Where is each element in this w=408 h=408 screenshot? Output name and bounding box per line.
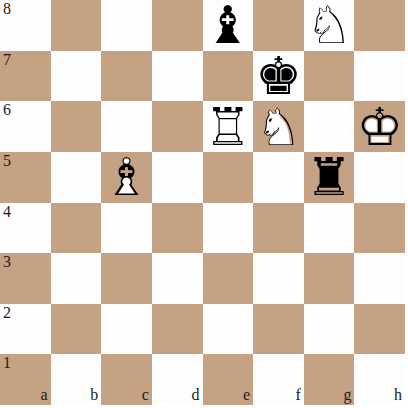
white-knight[interactable]: ♞♘ <box>304 0 355 51</box>
square-d6[interactable] <box>152 101 203 152</box>
file-label-d: d <box>192 387 200 403</box>
square-f4[interactable] <box>253 203 304 254</box>
square-h7[interactable] <box>354 51 405 102</box>
chess-diagram-page: 8♝♞♘7♚6♜♖♞♘♚♔5♝♗♜4321abcdefgh <box>0 0 408 408</box>
square-h6[interactable]: ♚♔ <box>354 101 405 152</box>
square-g2[interactable] <box>304 304 355 355</box>
black-bishop[interactable]: ♝ <box>203 0 254 51</box>
square-g1[interactable]: g <box>304 354 355 405</box>
file-label-h: h <box>394 387 402 403</box>
square-a4[interactable]: 4 <box>0 203 51 254</box>
white-rook[interactable]: ♜♖ <box>203 101 254 152</box>
rank-label-2: 2 <box>3 305 11 321</box>
square-c1[interactable]: c <box>101 354 152 405</box>
square-g7[interactable] <box>304 51 355 102</box>
file-label-b: b <box>90 387 98 403</box>
white-king[interactable]: ♚♔ <box>354 101 405 152</box>
square-f1[interactable]: f <box>253 354 304 405</box>
white-knight-outline: ♘ <box>304 0 355 51</box>
square-c7[interactable] <box>101 51 152 102</box>
square-f2[interactable] <box>253 304 304 355</box>
white-knight[interactable]: ♞♘ <box>253 101 304 152</box>
white-bishop[interactable]: ♝♗ <box>101 152 152 203</box>
square-g5[interactable]: ♜ <box>304 152 355 203</box>
file-label-g: g <box>343 387 351 403</box>
square-d1[interactable]: d <box>152 354 203 405</box>
square-h1[interactable]: h <box>354 354 405 405</box>
square-f7[interactable]: ♚ <box>253 51 304 102</box>
square-e2[interactable] <box>203 304 254 355</box>
square-b1[interactable]: b <box>51 354 102 405</box>
rank-label-7: 7 <box>3 52 11 68</box>
file-label-c: c <box>142 387 149 403</box>
square-a1[interactable]: 1a <box>0 354 51 405</box>
rank-label-5: 5 <box>3 153 11 169</box>
square-g3[interactable] <box>304 253 355 304</box>
square-e1[interactable]: e <box>203 354 254 405</box>
square-e5[interactable] <box>203 152 254 203</box>
square-a8[interactable]: 8 <box>0 0 51 51</box>
square-c2[interactable] <box>101 304 152 355</box>
square-e3[interactable] <box>203 253 254 304</box>
file-label-f: f <box>295 387 300 403</box>
square-e6[interactable]: ♜♖ <box>203 101 254 152</box>
square-e4[interactable] <box>203 203 254 254</box>
white-king-outline: ♔ <box>354 101 405 152</box>
square-a2[interactable]: 2 <box>0 304 51 355</box>
square-c8[interactable] <box>101 0 152 51</box>
square-h4[interactable] <box>354 203 405 254</box>
black-rook-fill: ♜ <box>304 152 355 203</box>
rank-label-4: 4 <box>3 204 11 220</box>
white-bishop-outline: ♗ <box>101 152 152 203</box>
square-c5[interactable]: ♝♗ <box>101 152 152 203</box>
rank-label-8: 8 <box>3 1 11 17</box>
chess-board: 8♝♞♘7♚6♜♖♞♘♚♔5♝♗♜4321abcdefgh <box>0 0 405 405</box>
square-a6[interactable]: 6 <box>0 101 51 152</box>
square-b8[interactable] <box>51 0 102 51</box>
square-a7[interactable]: 7 <box>0 51 51 102</box>
square-b2[interactable] <box>51 304 102 355</box>
square-d2[interactable] <box>152 304 203 355</box>
square-g6[interactable] <box>304 101 355 152</box>
rank-label-1: 1 <box>3 355 11 371</box>
square-a5[interactable]: 5 <box>0 152 51 203</box>
black-bishop-fill: ♝ <box>203 0 254 51</box>
square-c3[interactable] <box>101 253 152 304</box>
file-label-a: a <box>41 387 48 403</box>
square-e8[interactable]: ♝ <box>203 0 254 51</box>
square-b5[interactable] <box>51 152 102 203</box>
square-d5[interactable] <box>152 152 203 203</box>
black-rook[interactable]: ♜ <box>304 152 355 203</box>
rank-label-6: 6 <box>3 102 11 118</box>
file-label-e: e <box>243 387 250 403</box>
square-e7[interactable] <box>203 51 254 102</box>
square-h5[interactable] <box>354 152 405 203</box>
square-b7[interactable] <box>51 51 102 102</box>
black-king-fill: ♚ <box>253 51 304 102</box>
square-b4[interactable] <box>51 203 102 254</box>
square-b3[interactable] <box>51 253 102 304</box>
square-b6[interactable] <box>51 101 102 152</box>
square-d3[interactable] <box>152 253 203 304</box>
square-h2[interactable] <box>354 304 405 355</box>
square-d7[interactable] <box>152 51 203 102</box>
rank-label-3: 3 <box>3 254 11 270</box>
white-rook-outline: ♖ <box>203 101 254 152</box>
square-f6[interactable]: ♞♘ <box>253 101 304 152</box>
square-a3[interactable]: 3 <box>0 253 51 304</box>
square-h8[interactable] <box>354 0 405 51</box>
square-f8[interactable] <box>253 0 304 51</box>
square-g4[interactable] <box>304 203 355 254</box>
square-c6[interactable] <box>101 101 152 152</box>
white-knight-outline: ♘ <box>253 101 304 152</box>
square-h3[interactable] <box>354 253 405 304</box>
square-d8[interactable] <box>152 0 203 51</box>
square-d4[interactable] <box>152 203 203 254</box>
square-f3[interactable] <box>253 253 304 304</box>
square-g8[interactable]: ♞♘ <box>304 0 355 51</box>
square-c4[interactable] <box>101 203 152 254</box>
black-king[interactable]: ♚ <box>253 51 304 102</box>
square-f5[interactable] <box>253 152 304 203</box>
